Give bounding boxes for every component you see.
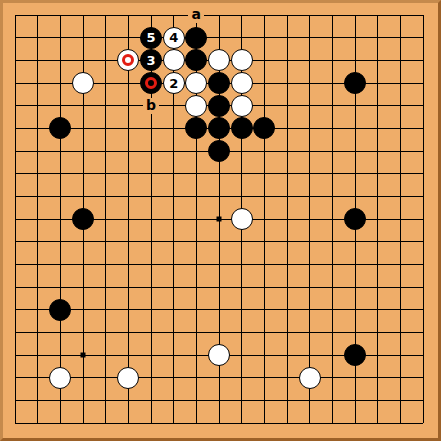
labels-layer: ab: [3, 3, 438, 438]
go-board: 5432 ab: [0, 0, 441, 441]
point-label-a: a: [188, 7, 204, 23]
point-label-b: b: [143, 98, 159, 114]
